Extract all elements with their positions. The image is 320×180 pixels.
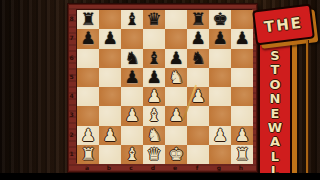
square-a2[interactable]: ♟ bbox=[77, 126, 99, 145]
scene: 87654321 ♜♝♛♜♚♟♟♟♟♟♞♝♟♞♟♟♞♟♟♟♝♟♟♟♞♟♟♜♝♛♚… bbox=[0, 0, 320, 180]
square-e2[interactable] bbox=[165, 126, 187, 145]
square-g4[interactable] bbox=[209, 87, 231, 106]
rank-label-6: 6 bbox=[67, 48, 76, 67]
square-a3[interactable] bbox=[77, 106, 99, 125]
square-e5[interactable]: ♞ bbox=[165, 68, 187, 87]
rank-label-1: 1 bbox=[67, 144, 76, 163]
piece-white-pawn[interactable]: ♟ bbox=[209, 126, 231, 144]
square-c4[interactable] bbox=[121, 87, 143, 106]
square-c2[interactable] bbox=[121, 126, 143, 145]
square-g7[interactable]: ♟ bbox=[209, 29, 231, 48]
piece-black-pawn[interactable]: ♟ bbox=[165, 49, 187, 67]
piece-black-pawn[interactable]: ♟ bbox=[121, 68, 143, 86]
square-b8[interactable] bbox=[99, 10, 121, 29]
square-g8[interactable]: ♚ bbox=[209, 10, 231, 29]
rank-label-4: 4 bbox=[67, 86, 76, 105]
square-b5[interactable] bbox=[99, 68, 121, 87]
piece-white-king[interactable]: ♚ bbox=[165, 145, 187, 163]
bottom-black-bar bbox=[0, 173, 320, 180]
square-b1[interactable] bbox=[99, 145, 121, 164]
square-g6[interactable] bbox=[209, 49, 231, 68]
piece-white-pawn[interactable]: ♟ bbox=[121, 106, 143, 124]
piece-black-pawn[interactable]: ♟ bbox=[187, 29, 209, 47]
square-b6[interactable] bbox=[99, 49, 121, 68]
sign-edge bbox=[306, 40, 309, 174]
piece-white-queen[interactable]: ♛ bbox=[143, 145, 165, 163]
square-c6[interactable]: ♞ bbox=[121, 49, 143, 68]
piece-black-rook[interactable]: ♜ bbox=[77, 10, 99, 28]
rank-label-2: 2 bbox=[67, 125, 76, 144]
rank-labels: 87654321 bbox=[67, 9, 76, 163]
rank-label-5: 5 bbox=[67, 67, 76, 86]
piece-white-pawn[interactable]: ♟ bbox=[99, 126, 121, 144]
file-label-d: d bbox=[142, 163, 164, 172]
square-d4[interactable]: ♟ bbox=[143, 87, 165, 106]
piece-white-bishop[interactable]: ♝ bbox=[143, 106, 165, 124]
piece-white-pawn[interactable]: ♟ bbox=[143, 87, 165, 105]
piece-white-knight[interactable]: ♞ bbox=[165, 68, 187, 86]
file-label-g: g bbox=[208, 163, 230, 172]
square-d7[interactable] bbox=[143, 29, 165, 48]
piece-black-rook[interactable]: ♜ bbox=[187, 10, 209, 28]
file-label-h: h bbox=[230, 163, 252, 172]
rank-label-8: 8 bbox=[67, 9, 76, 28]
sign-letter-s-0: S bbox=[270, 49, 279, 63]
piece-white-knight[interactable]: ♞ bbox=[143, 126, 165, 144]
square-c7[interactable] bbox=[121, 29, 143, 48]
piece-black-pawn[interactable]: ♟ bbox=[209, 29, 231, 47]
chess-board: ♜♝♛♜♚♟♟♟♟♟♞♝♟♞♟♟♞♟♟♟♝♟♟♟♞♟♟♜♝♛♚♜ bbox=[76, 9, 252, 163]
stonewall-sign: STONEWALL THE bbox=[250, 0, 320, 180]
piece-black-knight[interactable]: ♞ bbox=[121, 49, 143, 67]
square-e7[interactable] bbox=[165, 29, 187, 48]
square-g3[interactable] bbox=[209, 106, 231, 125]
sign-letter-e-4: E bbox=[271, 107, 280, 121]
square-f7[interactable]: ♟ bbox=[187, 29, 209, 48]
square-c5[interactable]: ♟ bbox=[121, 68, 143, 87]
piece-black-pawn[interactable]: ♟ bbox=[143, 68, 165, 86]
square-d8[interactable]: ♛ bbox=[143, 10, 165, 29]
sign-letter-t-1: T bbox=[271, 63, 280, 77]
rank-label-3: 3 bbox=[67, 105, 76, 124]
piece-white-rook[interactable]: ♜ bbox=[77, 145, 99, 163]
piece-black-knight[interactable]: ♞ bbox=[187, 49, 209, 67]
square-a7[interactable]: ♟ bbox=[77, 29, 99, 48]
sign-top-word: THE bbox=[263, 13, 304, 36]
piece-black-pawn[interactable]: ♟ bbox=[77, 29, 99, 47]
square-d5[interactable]: ♟ bbox=[143, 68, 165, 87]
sign-letter-o-2: O bbox=[269, 78, 280, 92]
sign-letter-n-3: N bbox=[270, 92, 281, 106]
square-b3[interactable] bbox=[99, 106, 121, 125]
square-f5[interactable] bbox=[187, 68, 209, 87]
square-g5[interactable] bbox=[209, 68, 231, 87]
file-label-e: e bbox=[164, 163, 186, 172]
square-e4[interactable] bbox=[165, 87, 187, 106]
piece-black-king[interactable]: ♚ bbox=[209, 10, 231, 28]
square-a5[interactable] bbox=[77, 68, 99, 87]
sign-letter-w-5: W bbox=[268, 121, 282, 135]
file-label-c: c bbox=[120, 163, 142, 172]
piece-black-bishop[interactable]: ♝ bbox=[143, 49, 165, 67]
square-b4[interactable] bbox=[99, 87, 121, 106]
square-c1[interactable]: ♝ bbox=[121, 145, 143, 164]
file-labels: abcdefgh bbox=[76, 163, 252, 172]
square-b7[interactable]: ♟ bbox=[99, 29, 121, 48]
piece-black-queen[interactable]: ♛ bbox=[143, 10, 165, 28]
sign-letter-a-6: A bbox=[270, 135, 280, 149]
square-f3[interactable] bbox=[187, 106, 209, 125]
square-f2[interactable] bbox=[187, 126, 209, 145]
square-f6[interactable]: ♞ bbox=[187, 49, 209, 68]
square-d2[interactable]: ♞ bbox=[143, 126, 165, 145]
file-label-b: b bbox=[98, 163, 120, 172]
square-a4[interactable] bbox=[77, 87, 99, 106]
square-g1[interactable] bbox=[209, 145, 231, 164]
sign-vertical-strip: STONEWALL bbox=[258, 34, 292, 180]
square-c3[interactable]: ♟ bbox=[121, 106, 143, 125]
square-a6[interactable] bbox=[77, 49, 99, 68]
square-a1[interactable]: ♜ bbox=[77, 145, 99, 164]
square-g2[interactable]: ♟ bbox=[209, 126, 231, 145]
square-f1[interactable] bbox=[187, 145, 209, 164]
square-e1[interactable]: ♚ bbox=[165, 145, 187, 164]
square-c8[interactable]: ♝ bbox=[121, 10, 143, 29]
rank-label-7: 7 bbox=[67, 28, 76, 47]
square-d3[interactable]: ♝ bbox=[143, 106, 165, 125]
square-d1[interactable]: ♛ bbox=[143, 145, 165, 164]
piece-black-bishop[interactable]: ♝ bbox=[121, 10, 143, 28]
file-label-f: f bbox=[186, 163, 208, 172]
sign-letter-l-7: L bbox=[271, 150, 279, 164]
square-f8[interactable]: ♜ bbox=[187, 10, 209, 29]
square-b2[interactable]: ♟ bbox=[99, 126, 121, 145]
file-label-a: a bbox=[76, 163, 98, 172]
piece-black-pawn[interactable]: ♟ bbox=[99, 29, 121, 47]
square-a8[interactable]: ♜ bbox=[77, 10, 99, 29]
piece-white-bishop[interactable]: ♝ bbox=[121, 145, 143, 163]
piece-white-pawn[interactable]: ♟ bbox=[77, 126, 99, 144]
square-e6[interactable]: ♟ bbox=[165, 49, 187, 68]
square-d6[interactable]: ♝ bbox=[143, 49, 165, 68]
square-e8[interactable] bbox=[165, 10, 187, 29]
